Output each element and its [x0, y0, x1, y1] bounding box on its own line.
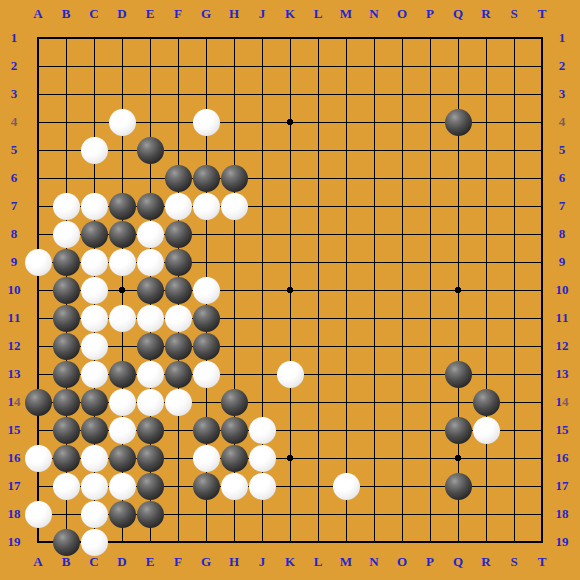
intersection-K10[interactable]	[276, 276, 304, 304]
intersection-O4[interactable]	[388, 108, 416, 136]
intersection-T19[interactable]	[528, 528, 556, 556]
intersection-P11[interactable]	[416, 304, 444, 332]
intersection-O12[interactable]	[388, 332, 416, 360]
intersection-M17[interactable]	[332, 472, 360, 500]
intersection-G5[interactable]	[192, 136, 220, 164]
intersection-P3[interactable]	[416, 80, 444, 108]
intersection-H19[interactable]	[220, 528, 248, 556]
intersection-R12[interactable]	[472, 332, 500, 360]
intersection-S8[interactable]	[500, 220, 528, 248]
intersection-O11[interactable]	[388, 304, 416, 332]
intersection-T8[interactable]	[528, 220, 556, 248]
intersection-N12[interactable]	[360, 332, 388, 360]
intersection-F3[interactable]	[164, 80, 192, 108]
intersection-A3[interactable]	[24, 80, 52, 108]
intersection-L3[interactable]	[304, 80, 332, 108]
intersection-F9[interactable]	[164, 248, 192, 276]
intersection-M5[interactable]	[332, 136, 360, 164]
intersection-K3[interactable]	[276, 80, 304, 108]
intersection-J13[interactable]	[248, 360, 276, 388]
intersection-G3[interactable]	[192, 80, 220, 108]
intersection-P4[interactable]	[416, 108, 444, 136]
intersection-A4[interactable]	[24, 108, 52, 136]
intersection-C2[interactable]	[80, 52, 108, 80]
intersection-C7[interactable]	[80, 192, 108, 220]
intersection-N16[interactable]	[360, 444, 388, 472]
intersection-O9[interactable]	[388, 248, 416, 276]
intersection-Q16[interactable]	[444, 444, 472, 472]
intersection-O18[interactable]	[388, 500, 416, 528]
intersection-B13[interactable]	[52, 360, 80, 388]
intersection-E5[interactable]	[136, 136, 164, 164]
intersection-D8[interactable]	[108, 220, 136, 248]
intersection-N14[interactable]	[360, 388, 388, 416]
intersection-K11[interactable]	[276, 304, 304, 332]
intersection-O8[interactable]	[388, 220, 416, 248]
intersection-S19[interactable]	[500, 528, 528, 556]
intersection-S1[interactable]	[500, 24, 528, 52]
intersection-S18[interactable]	[500, 500, 528, 528]
intersection-L19[interactable]	[304, 528, 332, 556]
intersection-A17[interactable]	[24, 472, 52, 500]
intersection-G7[interactable]	[192, 192, 220, 220]
intersection-J11[interactable]	[248, 304, 276, 332]
intersection-C4[interactable]	[80, 108, 108, 136]
intersection-M19[interactable]	[332, 528, 360, 556]
intersection-C16[interactable]	[80, 444, 108, 472]
intersection-B8[interactable]	[52, 220, 80, 248]
intersection-H11[interactable]	[220, 304, 248, 332]
intersection-T7[interactable]	[528, 192, 556, 220]
intersection-J6[interactable]	[248, 164, 276, 192]
intersection-L1[interactable]	[304, 24, 332, 52]
intersection-S7[interactable]	[500, 192, 528, 220]
intersection-F13[interactable]	[164, 360, 192, 388]
intersection-B2[interactable]	[52, 52, 80, 80]
intersection-O16[interactable]	[388, 444, 416, 472]
intersection-P1[interactable]	[416, 24, 444, 52]
intersection-O10[interactable]	[388, 276, 416, 304]
intersection-H12[interactable]	[220, 332, 248, 360]
intersection-D12[interactable]	[108, 332, 136, 360]
intersection-T13[interactable]	[528, 360, 556, 388]
intersection-Q6[interactable]	[444, 164, 472, 192]
intersection-K2[interactable]	[276, 52, 304, 80]
intersection-A12[interactable]	[24, 332, 52, 360]
intersection-G17[interactable]	[192, 472, 220, 500]
intersection-N2[interactable]	[360, 52, 388, 80]
intersection-D7[interactable]	[108, 192, 136, 220]
intersection-M6[interactable]	[332, 164, 360, 192]
intersection-T2[interactable]	[528, 52, 556, 80]
intersection-G13[interactable]	[192, 360, 220, 388]
intersection-Q13[interactable]	[444, 360, 472, 388]
intersection-R17[interactable]	[472, 472, 500, 500]
intersection-M16[interactable]	[332, 444, 360, 472]
intersection-F7[interactable]	[164, 192, 192, 220]
intersection-H2[interactable]	[220, 52, 248, 80]
intersection-R18[interactable]	[472, 500, 500, 528]
intersection-L14[interactable]	[304, 388, 332, 416]
intersection-T17[interactable]	[528, 472, 556, 500]
intersection-D11[interactable]	[108, 304, 136, 332]
intersection-J4[interactable]	[248, 108, 276, 136]
intersection-F12[interactable]	[164, 332, 192, 360]
intersection-D4[interactable]	[108, 108, 136, 136]
intersection-B5[interactable]	[52, 136, 80, 164]
intersection-K15[interactable]	[276, 416, 304, 444]
intersection-L8[interactable]	[304, 220, 332, 248]
intersection-E17[interactable]	[136, 472, 164, 500]
intersection-M3[interactable]	[332, 80, 360, 108]
intersection-R10[interactable]	[472, 276, 500, 304]
intersection-S3[interactable]	[500, 80, 528, 108]
intersection-G16[interactable]	[192, 444, 220, 472]
intersection-A14[interactable]	[24, 388, 52, 416]
intersection-Q18[interactable]	[444, 500, 472, 528]
intersection-G19[interactable]	[192, 528, 220, 556]
intersection-B15[interactable]	[52, 416, 80, 444]
intersection-H6[interactable]	[220, 164, 248, 192]
intersection-Q1[interactable]	[444, 24, 472, 52]
intersection-P15[interactable]	[416, 416, 444, 444]
intersection-R6[interactable]	[472, 164, 500, 192]
intersection-K16[interactable]	[276, 444, 304, 472]
intersection-Q15[interactable]	[444, 416, 472, 444]
intersection-E6[interactable]	[136, 164, 164, 192]
intersection-E16[interactable]	[136, 444, 164, 472]
intersection-H4[interactable]	[220, 108, 248, 136]
intersection-E12[interactable]	[136, 332, 164, 360]
intersection-Q19[interactable]	[444, 528, 472, 556]
intersection-G8[interactable]	[192, 220, 220, 248]
intersection-P5[interactable]	[416, 136, 444, 164]
intersection-A2[interactable]	[24, 52, 52, 80]
intersection-R9[interactable]	[472, 248, 500, 276]
intersection-R8[interactable]	[472, 220, 500, 248]
intersection-K6[interactable]	[276, 164, 304, 192]
intersection-L18[interactable]	[304, 500, 332, 528]
intersection-C18[interactable]	[80, 500, 108, 528]
intersection-Q2[interactable]	[444, 52, 472, 80]
intersection-E3[interactable]	[136, 80, 164, 108]
intersection-P10[interactable]	[416, 276, 444, 304]
intersection-Q4[interactable]	[444, 108, 472, 136]
intersection-H15[interactable]	[220, 416, 248, 444]
intersection-P14[interactable]	[416, 388, 444, 416]
intersection-H3[interactable]	[220, 80, 248, 108]
intersection-P18[interactable]	[416, 500, 444, 528]
intersection-D1[interactable]	[108, 24, 136, 52]
intersection-F15[interactable]	[164, 416, 192, 444]
intersection-G1[interactable]	[192, 24, 220, 52]
intersection-R11[interactable]	[472, 304, 500, 332]
intersection-M11[interactable]	[332, 304, 360, 332]
intersection-B4[interactable]	[52, 108, 80, 136]
intersection-J16[interactable]	[248, 444, 276, 472]
intersection-N4[interactable]	[360, 108, 388, 136]
intersection-K8[interactable]	[276, 220, 304, 248]
intersection-N9[interactable]	[360, 248, 388, 276]
intersection-H16[interactable]	[220, 444, 248, 472]
intersection-P13[interactable]	[416, 360, 444, 388]
intersection-E2[interactable]	[136, 52, 164, 80]
intersection-C19[interactable]	[80, 528, 108, 556]
intersection-D19[interactable]	[108, 528, 136, 556]
intersection-J12[interactable]	[248, 332, 276, 360]
intersection-J10[interactable]	[248, 276, 276, 304]
intersection-M14[interactable]	[332, 388, 360, 416]
intersection-F4[interactable]	[164, 108, 192, 136]
intersection-A1[interactable]	[24, 24, 52, 52]
intersection-S14[interactable]	[500, 388, 528, 416]
intersection-L17[interactable]	[304, 472, 332, 500]
intersection-N5[interactable]	[360, 136, 388, 164]
intersection-B12[interactable]	[52, 332, 80, 360]
intersection-T3[interactable]	[528, 80, 556, 108]
intersection-B6[interactable]	[52, 164, 80, 192]
intersection-L4[interactable]	[304, 108, 332, 136]
intersection-H13[interactable]	[220, 360, 248, 388]
intersection-S17[interactable]	[500, 472, 528, 500]
intersection-F19[interactable]	[164, 528, 192, 556]
intersection-M9[interactable]	[332, 248, 360, 276]
intersection-B19[interactable]	[52, 528, 80, 556]
intersection-N11[interactable]	[360, 304, 388, 332]
intersection-M1[interactable]	[332, 24, 360, 52]
intersection-G11[interactable]	[192, 304, 220, 332]
intersection-F2[interactable]	[164, 52, 192, 80]
intersection-M18[interactable]	[332, 500, 360, 528]
intersection-J7[interactable]	[248, 192, 276, 220]
intersection-N18[interactable]	[360, 500, 388, 528]
intersection-J5[interactable]	[248, 136, 276, 164]
intersection-T5[interactable]	[528, 136, 556, 164]
intersection-G10[interactable]	[192, 276, 220, 304]
intersection-F6[interactable]	[164, 164, 192, 192]
intersection-L15[interactable]	[304, 416, 332, 444]
intersection-B9[interactable]	[52, 248, 80, 276]
intersection-R13[interactable]	[472, 360, 500, 388]
intersection-E15[interactable]	[136, 416, 164, 444]
intersection-Q9[interactable]	[444, 248, 472, 276]
intersection-M2[interactable]	[332, 52, 360, 80]
intersection-S11[interactable]	[500, 304, 528, 332]
intersection-C15[interactable]	[80, 416, 108, 444]
intersection-D2[interactable]	[108, 52, 136, 80]
intersection-D17[interactable]	[108, 472, 136, 500]
intersection-O7[interactable]	[388, 192, 416, 220]
intersection-N13[interactable]	[360, 360, 388, 388]
intersection-R3[interactable]	[472, 80, 500, 108]
intersection-L13[interactable]	[304, 360, 332, 388]
intersection-D15[interactable]	[108, 416, 136, 444]
intersection-F10[interactable]	[164, 276, 192, 304]
intersection-O19[interactable]	[388, 528, 416, 556]
intersection-E8[interactable]	[136, 220, 164, 248]
intersection-O6[interactable]	[388, 164, 416, 192]
intersection-K18[interactable]	[276, 500, 304, 528]
intersection-C1[interactable]	[80, 24, 108, 52]
intersection-O1[interactable]	[388, 24, 416, 52]
intersection-N15[interactable]	[360, 416, 388, 444]
intersection-T18[interactable]	[528, 500, 556, 528]
intersection-N1[interactable]	[360, 24, 388, 52]
intersection-M10[interactable]	[332, 276, 360, 304]
intersection-A6[interactable]	[24, 164, 52, 192]
intersection-M7[interactable]	[332, 192, 360, 220]
intersection-H1[interactable]	[220, 24, 248, 52]
intersection-K17[interactable]	[276, 472, 304, 500]
intersection-A19[interactable]	[24, 528, 52, 556]
intersection-B11[interactable]	[52, 304, 80, 332]
intersection-F14[interactable]	[164, 388, 192, 416]
intersection-S16[interactable]	[500, 444, 528, 472]
intersection-E7[interactable]	[136, 192, 164, 220]
intersection-R14[interactable]	[472, 388, 500, 416]
intersection-D9[interactable]	[108, 248, 136, 276]
intersection-D16[interactable]	[108, 444, 136, 472]
intersection-L10[interactable]	[304, 276, 332, 304]
intersection-L7[interactable]	[304, 192, 332, 220]
intersection-D5[interactable]	[108, 136, 136, 164]
intersection-Q7[interactable]	[444, 192, 472, 220]
intersection-J1[interactable]	[248, 24, 276, 52]
intersection-F17[interactable]	[164, 472, 192, 500]
intersection-L16[interactable]	[304, 444, 332, 472]
intersection-R19[interactable]	[472, 528, 500, 556]
intersection-D10[interactable]	[108, 276, 136, 304]
intersection-D13[interactable]	[108, 360, 136, 388]
intersection-N6[interactable]	[360, 164, 388, 192]
intersection-A5[interactable]	[24, 136, 52, 164]
intersection-S12[interactable]	[500, 332, 528, 360]
intersection-K19[interactable]	[276, 528, 304, 556]
intersection-K4[interactable]	[276, 108, 304, 136]
intersection-G12[interactable]	[192, 332, 220, 360]
intersection-T4[interactable]	[528, 108, 556, 136]
intersection-G4[interactable]	[192, 108, 220, 136]
intersection-L5[interactable]	[304, 136, 332, 164]
intersection-C5[interactable]	[80, 136, 108, 164]
intersection-K14[interactable]	[276, 388, 304, 416]
intersection-D3[interactable]	[108, 80, 136, 108]
intersection-E18[interactable]	[136, 500, 164, 528]
intersection-S13[interactable]	[500, 360, 528, 388]
intersection-J9[interactable]	[248, 248, 276, 276]
intersection-M13[interactable]	[332, 360, 360, 388]
intersection-C8[interactable]	[80, 220, 108, 248]
intersection-P7[interactable]	[416, 192, 444, 220]
intersection-C13[interactable]	[80, 360, 108, 388]
intersection-B7[interactable]	[52, 192, 80, 220]
intersection-B17[interactable]	[52, 472, 80, 500]
intersection-Q8[interactable]	[444, 220, 472, 248]
intersection-R16[interactable]	[472, 444, 500, 472]
intersection-S5[interactable]	[500, 136, 528, 164]
intersection-A16[interactable]	[24, 444, 52, 472]
intersection-F11[interactable]	[164, 304, 192, 332]
intersection-P12[interactable]	[416, 332, 444, 360]
intersection-Q10[interactable]	[444, 276, 472, 304]
intersection-C3[interactable]	[80, 80, 108, 108]
intersection-Q17[interactable]	[444, 472, 472, 500]
intersection-K12[interactable]	[276, 332, 304, 360]
intersection-L9[interactable]	[304, 248, 332, 276]
intersection-A15[interactable]	[24, 416, 52, 444]
intersection-C9[interactable]	[80, 248, 108, 276]
intersection-T16[interactable]	[528, 444, 556, 472]
intersection-T12[interactable]	[528, 332, 556, 360]
intersection-G14[interactable]	[192, 388, 220, 416]
intersection-Q5[interactable]	[444, 136, 472, 164]
intersection-F18[interactable]	[164, 500, 192, 528]
intersection-M8[interactable]	[332, 220, 360, 248]
intersection-S6[interactable]	[500, 164, 528, 192]
intersection-E10[interactable]	[136, 276, 164, 304]
intersection-J3[interactable]	[248, 80, 276, 108]
intersection-J2[interactable]	[248, 52, 276, 80]
intersection-M12[interactable]	[332, 332, 360, 360]
intersection-H17[interactable]	[220, 472, 248, 500]
intersection-C10[interactable]	[80, 276, 108, 304]
intersection-N7[interactable]	[360, 192, 388, 220]
intersection-A8[interactable]	[24, 220, 52, 248]
intersection-B18[interactable]	[52, 500, 80, 528]
intersection-J19[interactable]	[248, 528, 276, 556]
intersection-L2[interactable]	[304, 52, 332, 80]
intersection-H10[interactable]	[220, 276, 248, 304]
intersection-K5[interactable]	[276, 136, 304, 164]
intersection-R2[interactable]	[472, 52, 500, 80]
intersection-G6[interactable]	[192, 164, 220, 192]
intersection-P9[interactable]	[416, 248, 444, 276]
intersection-J14[interactable]	[248, 388, 276, 416]
intersection-C11[interactable]	[80, 304, 108, 332]
intersection-K1[interactable]	[276, 24, 304, 52]
intersection-F8[interactable]	[164, 220, 192, 248]
intersection-E13[interactable]	[136, 360, 164, 388]
intersection-G18[interactable]	[192, 500, 220, 528]
intersection-F16[interactable]	[164, 444, 192, 472]
intersection-G2[interactable]	[192, 52, 220, 80]
intersection-H7[interactable]	[220, 192, 248, 220]
intersection-B10[interactable]	[52, 276, 80, 304]
intersection-N3[interactable]	[360, 80, 388, 108]
intersection-M15[interactable]	[332, 416, 360, 444]
intersection-A9[interactable]	[24, 248, 52, 276]
intersection-R5[interactable]	[472, 136, 500, 164]
intersection-P6[interactable]	[416, 164, 444, 192]
intersection-P17[interactable]	[416, 472, 444, 500]
intersection-E11[interactable]	[136, 304, 164, 332]
intersection-N19[interactable]	[360, 528, 388, 556]
intersection-Q3[interactable]	[444, 80, 472, 108]
intersection-H18[interactable]	[220, 500, 248, 528]
intersection-H14[interactable]	[220, 388, 248, 416]
intersection-F1[interactable]	[164, 24, 192, 52]
intersection-O13[interactable]	[388, 360, 416, 388]
intersection-R4[interactable]	[472, 108, 500, 136]
intersection-N17[interactable]	[360, 472, 388, 500]
intersection-L6[interactable]	[304, 164, 332, 192]
intersection-O2[interactable]	[388, 52, 416, 80]
intersection-S15[interactable]	[500, 416, 528, 444]
intersection-C17[interactable]	[80, 472, 108, 500]
intersection-A13[interactable]	[24, 360, 52, 388]
intersection-H9[interactable]	[220, 248, 248, 276]
intersection-B16[interactable]	[52, 444, 80, 472]
